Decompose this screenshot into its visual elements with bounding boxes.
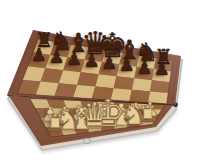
clasp-icon [84,139,90,144]
chess-set-product-photo: ♜♞♝♛♚♝♞♜♟♟♟♟♟♟♟♟♟♟♟♟♟♟♟♟♜♞♝♛♚♝♞♜ [0,0,200,160]
hinge-icon [173,103,178,108]
folding-chess-board [0,0,200,160]
hinge-highlight [174,103,175,104]
